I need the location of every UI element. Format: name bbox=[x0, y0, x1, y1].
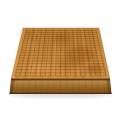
hoshi-point bbox=[34, 50, 35, 51]
hoshi-point bbox=[60, 50, 61, 51]
hoshi-point bbox=[87, 50, 88, 51]
hoshi-point bbox=[31, 66, 32, 67]
go-board-photo bbox=[0, 0, 120, 120]
go-board[interactable] bbox=[0, 0, 120, 120]
hoshi-point bbox=[85, 36, 86, 37]
hoshi-point bbox=[60, 36, 61, 37]
hoshi-point bbox=[60, 66, 61, 67]
hoshi-point bbox=[89, 66, 90, 67]
hoshi-point bbox=[36, 36, 37, 37]
